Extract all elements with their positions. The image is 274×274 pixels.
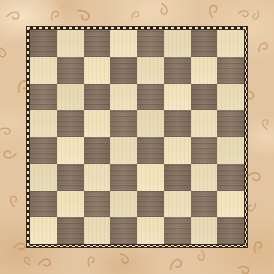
square-h8[interactable] [217,30,244,57]
square-b5[interactable] [57,110,84,137]
square-a8[interactable] [30,30,57,57]
square-c8[interactable] [84,30,111,57]
square-f8[interactable] [164,30,191,57]
square-b3[interactable] [57,164,84,191]
square-f3[interactable] [164,164,191,191]
square-g3[interactable] [191,164,218,191]
square-f7[interactable] [164,57,191,84]
square-d8[interactable] [110,30,137,57]
square-e5[interactable] [137,110,164,137]
square-d2[interactable] [110,191,137,218]
square-d5[interactable] [110,110,137,137]
square-c2[interactable] [84,191,111,218]
square-c7[interactable] [84,57,111,84]
square-f2[interactable] [164,191,191,218]
square-g8[interactable] [191,30,218,57]
square-e7[interactable] [137,57,164,84]
chessboard [0,0,274,274]
square-e6[interactable] [137,84,164,111]
square-a5[interactable] [30,110,57,137]
square-d1[interactable] [110,217,137,244]
square-f5[interactable] [164,110,191,137]
square-h5[interactable] [217,110,244,137]
square-b8[interactable] [57,30,84,57]
square-e8[interactable] [137,30,164,57]
square-g5[interactable] [191,110,218,137]
square-d6[interactable] [110,84,137,111]
square-e3[interactable] [137,164,164,191]
square-c1[interactable] [84,217,111,244]
square-h7[interactable] [217,57,244,84]
square-b4[interactable] [57,137,84,164]
square-b2[interactable] [57,191,84,218]
square-a7[interactable] [30,57,57,84]
board-grid [30,30,244,244]
square-g7[interactable] [191,57,218,84]
square-d7[interactable] [110,57,137,84]
square-h6[interactable] [217,84,244,111]
square-a3[interactable] [30,164,57,191]
square-g2[interactable] [191,191,218,218]
square-f1[interactable] [164,217,191,244]
square-b6[interactable] [57,84,84,111]
square-a4[interactable] [30,137,57,164]
square-a6[interactable] [30,84,57,111]
square-c4[interactable] [84,137,111,164]
square-h2[interactable] [217,191,244,218]
square-c3[interactable] [84,164,111,191]
square-e2[interactable] [137,191,164,218]
square-d4[interactable] [110,137,137,164]
square-h3[interactable] [217,164,244,191]
square-d3[interactable] [110,164,137,191]
square-f4[interactable] [164,137,191,164]
square-c5[interactable] [84,110,111,137]
square-b1[interactable] [57,217,84,244]
square-h4[interactable] [217,137,244,164]
square-b7[interactable] [57,57,84,84]
square-e1[interactable] [137,217,164,244]
square-g4[interactable] [191,137,218,164]
square-c6[interactable] [84,84,111,111]
square-h1[interactable] [217,217,244,244]
square-f6[interactable] [164,84,191,111]
square-g6[interactable] [191,84,218,111]
square-e4[interactable] [137,137,164,164]
square-a2[interactable] [30,191,57,218]
square-a1[interactable] [30,217,57,244]
square-g1[interactable] [191,217,218,244]
